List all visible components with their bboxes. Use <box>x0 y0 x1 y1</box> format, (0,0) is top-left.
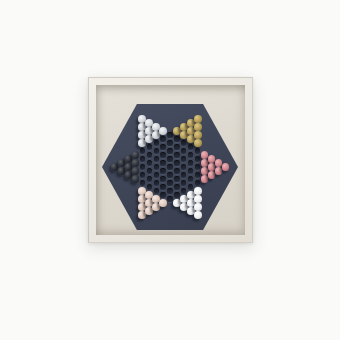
hole[interactable] <box>167 148 172 153</box>
peg-silver[interactable] <box>159 127 167 135</box>
hole[interactable] <box>160 184 165 189</box>
hole[interactable] <box>188 184 193 189</box>
hole[interactable] <box>160 176 165 181</box>
hole[interactable] <box>160 168 165 173</box>
hole[interactable] <box>140 156 145 161</box>
peg-black[interactable] <box>132 167 140 175</box>
hole[interactable] <box>160 136 165 141</box>
peg-rose[interactable] <box>222 163 230 171</box>
hole[interactable] <box>167 132 172 137</box>
hole[interactable] <box>181 148 186 153</box>
hole[interactable] <box>174 144 179 149</box>
hole[interactable] <box>174 168 179 173</box>
peg-brass[interactable] <box>194 123 202 131</box>
hole[interactable] <box>195 180 200 185</box>
peg-black[interactable] <box>132 175 140 183</box>
peg-brass[interactable] <box>194 115 202 123</box>
hole[interactable] <box>140 180 145 185</box>
hole[interactable] <box>195 148 200 153</box>
peg-black[interactable] <box>132 151 140 159</box>
hole[interactable] <box>195 164 200 169</box>
hole[interactable] <box>181 172 186 177</box>
hole[interactable] <box>167 156 172 161</box>
hole[interactable] <box>147 176 152 181</box>
hole[interactable] <box>160 192 165 197</box>
hole[interactable] <box>181 156 186 161</box>
peg-brass[interactable] <box>194 131 202 139</box>
hole[interactable] <box>174 160 179 165</box>
hole[interactable] <box>147 144 152 149</box>
hole[interactable] <box>188 176 193 181</box>
hole[interactable] <box>140 172 145 177</box>
hole[interactable] <box>167 196 172 201</box>
hole[interactable] <box>160 144 165 149</box>
hole[interactable] <box>154 164 159 169</box>
hole[interactable] <box>188 144 193 149</box>
hole[interactable] <box>147 168 152 173</box>
hole[interactable] <box>147 152 152 157</box>
peg-black[interactable] <box>132 159 140 167</box>
hole[interactable] <box>181 164 186 169</box>
peg-blush[interactable] <box>159 199 167 207</box>
hole[interactable] <box>195 156 200 161</box>
peg-white[interactable] <box>194 211 202 219</box>
hole[interactable] <box>160 152 165 157</box>
hole[interactable] <box>154 148 159 153</box>
hole[interactable] <box>195 172 200 177</box>
board-layer <box>0 0 340 340</box>
hole[interactable] <box>154 172 159 177</box>
hole[interactable] <box>174 136 179 141</box>
hole[interactable] <box>174 176 179 181</box>
hole[interactable] <box>188 152 193 157</box>
hole[interactable] <box>174 192 179 197</box>
hole[interactable] <box>181 140 186 145</box>
hole[interactable] <box>188 168 193 173</box>
page-background <box>0 0 340 340</box>
hole[interactable] <box>188 160 193 165</box>
hole[interactable] <box>154 188 159 193</box>
hole[interactable] <box>154 156 159 161</box>
hole[interactable] <box>147 160 152 165</box>
hole[interactable] <box>140 148 145 153</box>
hole[interactable] <box>167 180 172 185</box>
hole[interactable] <box>154 180 159 185</box>
hole[interactable] <box>174 152 179 157</box>
hole[interactable] <box>167 164 172 169</box>
hole[interactable] <box>181 180 186 185</box>
hole[interactable] <box>167 140 172 145</box>
peg-brass[interactable] <box>194 139 202 147</box>
peg-white[interactable] <box>194 195 202 203</box>
hole[interactable] <box>160 160 165 165</box>
peg-white[interactable] <box>194 203 202 211</box>
hole[interactable] <box>154 140 159 145</box>
hole[interactable] <box>167 172 172 177</box>
hole[interactable] <box>181 188 186 193</box>
hole[interactable] <box>167 188 172 193</box>
peg-white[interactable] <box>194 187 202 195</box>
hole[interactable] <box>140 164 145 169</box>
hole[interactable] <box>147 184 152 189</box>
hole[interactable] <box>174 184 179 189</box>
